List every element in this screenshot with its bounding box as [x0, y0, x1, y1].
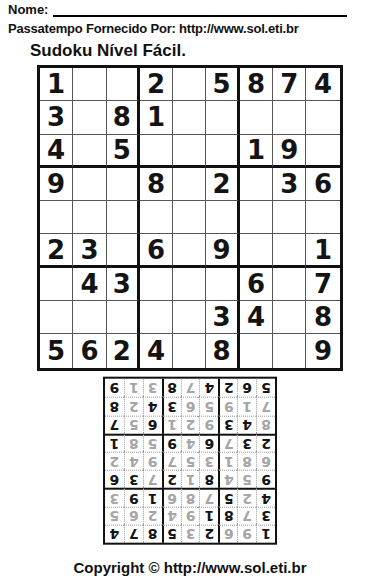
- solution-given-digit: 8: [110, 399, 120, 415]
- cell-r9c1: 5: [256, 379, 275, 397]
- cell-r9c9: 9: [306, 334, 339, 367]
- cell-r1c8: 7: [124, 525, 143, 543]
- solution-given-digit: 3: [224, 417, 234, 433]
- cell-r1c8: 7: [273, 68, 306, 101]
- cell-r1c6: 5: [206, 68, 239, 101]
- solution-fill-digit: 1: [167, 417, 177, 433]
- cell-r9c7[interactable]: [240, 334, 273, 367]
- cell-r8c6: 3: [206, 301, 239, 334]
- solution-given-digit: 6: [242, 380, 252, 396]
- cell-r2c1: 3: [40, 101, 73, 134]
- cell-r4c8: 3: [124, 470, 143, 488]
- solution-fill-digit: 2: [110, 453, 120, 469]
- solution-fill-digit: 4: [224, 472, 234, 488]
- cell-r5c4[interactable]: [140, 201, 173, 234]
- cell-r3c5: 8: [181, 488, 200, 506]
- cell-r6c9: 1: [105, 434, 124, 452]
- given-digit: 2: [47, 235, 65, 265]
- given-digit: 6: [314, 169, 332, 199]
- cell-r8c4[interactable]: [140, 301, 173, 334]
- solution-given-digit: 5: [167, 526, 177, 542]
- cell-r9c1: 5: [40, 334, 73, 367]
- solution-given-digit: 2: [205, 526, 215, 542]
- cell-r9c6: 8: [162, 379, 181, 397]
- solution-given-digit: 7: [129, 526, 139, 542]
- given-digit: 7: [314, 269, 332, 299]
- solution-given-digit: 3: [242, 436, 252, 452]
- given-digit: 4: [80, 269, 98, 299]
- cell-r6c6: 9: [206, 234, 239, 267]
- solution-fill-digit: 7: [261, 399, 271, 415]
- cell-r9c5[interactable]: [173, 334, 206, 367]
- cell-r8c3[interactable]: [107, 301, 140, 334]
- given-digit: 9: [280, 135, 298, 165]
- cell-r5c2: 8: [237, 452, 256, 470]
- solution-given-digit: 8: [224, 508, 234, 524]
- solution-given-digit: 4: [205, 380, 215, 396]
- solution-given-digit: 6: [205, 436, 215, 452]
- solution-fill-digit: 7: [242, 508, 252, 524]
- cell-r2c8: 6: [124, 506, 143, 524]
- given-digit: 4: [147, 336, 165, 366]
- solution-given-digit: 5: [224, 490, 234, 506]
- given-digit: 4: [47, 135, 65, 165]
- solution-fill-digit: 5: [129, 417, 139, 433]
- solution-given-digit: 9: [110, 380, 120, 396]
- given-digit: 3: [113, 269, 131, 299]
- cell-r3c7: 1: [240, 135, 273, 168]
- cell-r2c7: 2: [143, 506, 162, 524]
- cell-r3c6: 6: [162, 488, 181, 506]
- cell-r3c3: 5: [218, 488, 237, 506]
- cell-r4c6: 2: [206, 168, 239, 201]
- solution-given-digit: 1: [261, 526, 271, 542]
- solution-fill-digit: 2: [242, 490, 252, 506]
- cell-r5c1[interactable]: [40, 201, 73, 234]
- cell-r4c5: 1: [181, 470, 200, 488]
- cell-r7c2: 4: [237, 415, 256, 433]
- solution-given-digit: 4: [148, 399, 158, 415]
- cell-r9c9: 9: [105, 379, 124, 397]
- cell-r1c3: 6: [218, 525, 237, 543]
- cell-r6c8[interactable]: [273, 234, 306, 267]
- cell-r5c1: 6: [256, 452, 275, 470]
- solution-fill-digit: 9: [148, 453, 158, 469]
- cell-r8c7: 4: [240, 301, 273, 334]
- solution-given-digit: 4: [242, 417, 252, 433]
- cell-r2c3: 8: [107, 101, 140, 134]
- copyright-text: Copyright © http://www.sol.eti.br: [0, 559, 380, 576]
- given-digit: 3: [280, 169, 298, 199]
- solution-fill-digit: 5: [242, 472, 252, 488]
- cell-r4c4: 8: [199, 470, 218, 488]
- cell-r6c3: 7: [218, 434, 237, 452]
- cell-r5c3[interactable]: [107, 201, 140, 234]
- cell-r6c1: 2: [40, 234, 73, 267]
- cell-r6c5: 4: [181, 434, 200, 452]
- cell-r2c8[interactable]: [273, 101, 306, 134]
- cell-r3c9: 3: [105, 488, 124, 506]
- given-digit: 8: [113, 102, 131, 132]
- cell-r3c7: 1: [143, 488, 162, 506]
- cell-r8c9: 8: [105, 397, 124, 415]
- solution-given-digit: 8: [167, 380, 177, 396]
- cell-r9c2: 6: [237, 379, 256, 397]
- solution-given-digit: 6: [148, 417, 158, 433]
- cell-r5c9: 2: [105, 452, 124, 470]
- cell-r2c9[interactable]: [306, 101, 339, 134]
- solution-fill-digit: 8: [261, 417, 271, 433]
- cell-r2c3: 8: [218, 506, 237, 524]
- cell-r8c4: 5: [199, 397, 218, 415]
- cell-r7c4[interactable]: [140, 268, 173, 301]
- given-digit: 4: [247, 302, 265, 332]
- cell-r8c3: 9: [218, 397, 237, 415]
- cell-r1c9: 4: [306, 68, 339, 101]
- cell-r2c4: 1: [140, 101, 173, 134]
- cell-r2c2[interactable]: [73, 101, 106, 134]
- cell-r9c8[interactable]: [273, 334, 306, 367]
- given-digit: 1: [47, 69, 65, 99]
- solution-fill-digit: 6: [224, 526, 234, 542]
- cell-r7c9: 7: [105, 415, 124, 433]
- given-digit: 5: [47, 336, 65, 366]
- cell-r7c5[interactable]: [173, 268, 206, 301]
- cell-r7c6: 1: [162, 415, 181, 433]
- solution-fill-digit: 3: [205, 453, 215, 469]
- solution-fill-digit: 2: [186, 417, 196, 433]
- given-digit: 1: [247, 135, 265, 165]
- cell-r7c9: 7: [306, 268, 339, 301]
- given-digit: 2: [213, 169, 231, 199]
- cell-r5c9[interactable]: [306, 201, 339, 234]
- cell-r2c5: 9: [181, 506, 200, 524]
- given-digit: 5: [213, 69, 231, 99]
- cell-r3c4[interactable]: [140, 135, 173, 168]
- name-label: Nome:: [8, 2, 48, 17]
- cell-r5c5[interactable]: [173, 201, 206, 234]
- cell-r7c1: 8: [256, 415, 275, 433]
- solution-fill-digit: 4: [186, 436, 196, 452]
- cell-r4c1: 9: [256, 470, 275, 488]
- solution-fill-digit: 3: [186, 526, 196, 542]
- solution-fill-digit: 5: [148, 436, 158, 452]
- given-digit: 5: [113, 135, 131, 165]
- cell-r2c2: 7: [237, 506, 256, 524]
- solution-fill-digit: 3: [148, 380, 158, 396]
- cell-r7c3: 3: [218, 415, 237, 433]
- cell-r4c9: 6: [105, 470, 124, 488]
- provider-line: Passatempo Fornecido Por: http://www.sol…: [8, 21, 299, 36]
- cell-r6c2: 3: [237, 434, 256, 452]
- solution-fill-digit: 6: [129, 508, 139, 524]
- cell-r3c6[interactable]: [206, 135, 239, 168]
- cell-r3c2[interactable]: [73, 135, 106, 168]
- solution-fill-digit: 9: [186, 508, 196, 524]
- cell-r5c7: 9: [143, 452, 162, 470]
- solution-fill-digit: 1: [224, 453, 234, 469]
- given-digit: 8: [147, 169, 165, 199]
- cell-r8c1: 7: [256, 397, 275, 415]
- given-digit: 3: [47, 102, 65, 132]
- cell-r1c2[interactable]: [73, 68, 106, 101]
- cell-r1c5[interactable]: [173, 68, 206, 101]
- cell-r8c2[interactable]: [73, 301, 106, 334]
- solution-given-digit: 2: [224, 380, 234, 396]
- solution-given-digit: 1: [205, 508, 215, 524]
- cell-r7c1[interactable]: [40, 268, 73, 301]
- cell-r5c6[interactable]: [206, 201, 239, 234]
- cell-r6c3[interactable]: [107, 234, 140, 267]
- cell-r2c4: 1: [199, 506, 218, 524]
- cell-r8c2: 1: [237, 397, 256, 415]
- solution-fill-digit: 6: [186, 399, 196, 415]
- cell-r8c5[interactable]: [173, 301, 206, 334]
- solution-fill-digit: 6: [167, 490, 177, 506]
- solution-fill-digit: 7: [186, 380, 196, 396]
- given-digit: 3: [80, 235, 98, 265]
- solution-given-digit: 3: [167, 399, 177, 415]
- cell-r7c8[interactable]: [273, 268, 306, 301]
- given-digit: 8: [314, 302, 332, 332]
- solution-given-digit: 5: [261, 380, 271, 396]
- cell-r4c3[interactable]: [107, 168, 140, 201]
- cell-r9c7: 3: [143, 379, 162, 397]
- given-digit: 8: [247, 69, 265, 99]
- solution-fill-digit: 1: [129, 380, 139, 396]
- cell-r2c1: 3: [256, 506, 275, 524]
- cell-r1c4: 2: [140, 68, 173, 101]
- solution-fill-digit: 4: [167, 508, 177, 524]
- solution-fill-digit: 7: [167, 453, 177, 469]
- solution-given-digit: 3: [129, 472, 139, 488]
- solution-fill-digit: 5: [110, 508, 120, 524]
- cell-r1c6: 5: [162, 525, 181, 543]
- page-title: Sudoku Nível Fácil.: [30, 41, 186, 61]
- cell-r3c5[interactable]: [173, 135, 206, 168]
- solution-fill-digit: 9: [242, 526, 252, 542]
- cell-r4c6: 2: [162, 470, 181, 488]
- sudoku-puzzle-grid: 125874381451998236236914367348562489: [37, 65, 343, 371]
- cell-r6c7[interactable]: [240, 234, 273, 267]
- cell-r5c3: 1: [218, 452, 237, 470]
- cell-r4c9: 6: [306, 168, 339, 201]
- cell-r6c5[interactable]: [173, 234, 206, 267]
- cell-r9c6: 8: [206, 334, 239, 367]
- cell-r6c6: 9: [162, 434, 181, 452]
- cell-r4c2: 5: [237, 470, 256, 488]
- cell-r8c5: 6: [181, 397, 200, 415]
- cell-r7c7: 6: [143, 415, 162, 433]
- solution-fill-digit: 5: [205, 399, 215, 415]
- given-digit: 6: [247, 269, 265, 299]
- cell-r5c7[interactable]: [240, 201, 273, 234]
- given-digit: 7: [280, 69, 298, 99]
- cell-r1c5: 3: [181, 525, 200, 543]
- solution-fill-digit: 9: [205, 417, 215, 433]
- solution-fill-digit: 7: [205, 490, 215, 506]
- cell-r2c7[interactable]: [240, 101, 273, 134]
- cell-r3c3: 5: [107, 135, 140, 168]
- solution-given-digit: 2: [261, 436, 271, 452]
- cell-r3c1: 4: [256, 488, 275, 506]
- cell-r8c8[interactable]: [273, 301, 306, 334]
- cell-r5c4: 3: [199, 452, 218, 470]
- given-digit: 6: [147, 235, 165, 265]
- cell-r2c6: 4: [162, 506, 181, 524]
- cell-r4c5[interactable]: [173, 168, 206, 201]
- cell-r1c1: 1: [256, 525, 275, 543]
- cell-r3c4: 7: [199, 488, 218, 506]
- cell-r1c7: 8: [240, 68, 273, 101]
- cell-r4c3: 4: [218, 470, 237, 488]
- cell-r8c9: 8: [306, 301, 339, 334]
- solution-fill-digit: 7: [224, 436, 234, 452]
- cell-r3c9[interactable]: [306, 135, 339, 168]
- cell-r8c6: 3: [162, 397, 181, 415]
- given-digit: 9: [47, 169, 65, 199]
- cell-r3c1: 4: [40, 135, 73, 168]
- solution-fill-digit: 8: [242, 453, 252, 469]
- cell-r6c4: 6: [199, 434, 218, 452]
- cell-r3c8: 9: [124, 488, 143, 506]
- given-digit: 9: [314, 336, 332, 366]
- cell-r1c7: 8: [143, 525, 162, 543]
- solution-given-digit: 4: [110, 526, 120, 542]
- cell-r7c5: 2: [181, 415, 200, 433]
- cell-r6c7: 5: [143, 434, 162, 452]
- cell-r6c2: 3: [73, 234, 106, 267]
- solution-given-digit: 3: [261, 508, 271, 524]
- given-digit: 1: [314, 235, 332, 265]
- solution-given-digit: 4: [261, 490, 271, 506]
- cell-r4c7[interactable]: [240, 168, 273, 201]
- given-digit: 4: [314, 69, 332, 99]
- cell-r3c2: 2: [237, 488, 256, 506]
- cell-r7c6[interactable]: [206, 268, 239, 301]
- cell-r3c8: 9: [273, 135, 306, 168]
- given-digit: 2: [147, 69, 165, 99]
- cell-r5c8[interactable]: [273, 201, 306, 234]
- solution-fill-digit: 6: [261, 453, 271, 469]
- solution-fill-digit: 4: [129, 453, 139, 469]
- solution-given-digit: 2: [167, 472, 177, 488]
- cell-r6c8: 8: [124, 434, 143, 452]
- given-digit: 9: [213, 235, 231, 265]
- given-digit: 1: [147, 102, 165, 132]
- cell-r9c4: 4: [199, 379, 218, 397]
- name-fill-line: [53, 15, 347, 17]
- solution-fill-digit: 1: [242, 399, 252, 415]
- cell-r7c2: 4: [73, 268, 106, 301]
- cell-r7c7: 6: [240, 268, 273, 301]
- solution-given-digit: 8: [205, 472, 215, 488]
- solution-fill-digit: 2: [148, 508, 158, 524]
- solution-given-digit: 6: [110, 472, 120, 488]
- solution-fill-digit: 1: [186, 472, 196, 488]
- cell-r4c1: 9: [40, 168, 73, 201]
- solution-given-digit: 9: [261, 472, 271, 488]
- cell-r9c2: 6: [73, 334, 106, 367]
- solution-fill-digit: 7: [148, 472, 158, 488]
- cell-r7c8: 5: [124, 415, 143, 433]
- cell-r1c4: 2: [199, 525, 218, 543]
- cell-r7c4: 9: [199, 415, 218, 433]
- cell-r5c6: 7: [162, 452, 181, 470]
- cell-r1c1: 1: [40, 68, 73, 101]
- cell-r1c2: 9: [237, 525, 256, 543]
- sudoku-solution-grid-rotated: 1962358743781942654257861939548127366813…: [103, 377, 277, 545]
- solution-fill-digit: 8: [129, 436, 139, 452]
- cell-r8c1[interactable]: [40, 301, 73, 334]
- cell-r9c8: 1: [124, 379, 143, 397]
- cell-r5c2[interactable]: [73, 201, 106, 234]
- cell-r6c1: 2: [256, 434, 275, 452]
- cell-r4c4: 8: [140, 168, 173, 201]
- solution-fill-digit: 8: [186, 490, 196, 506]
- given-digit: 6: [80, 336, 98, 366]
- cell-r9c5: 7: [181, 379, 200, 397]
- cell-r1c3[interactable]: [107, 68, 140, 101]
- cell-r2c6[interactable]: [206, 101, 239, 134]
- cell-r9c3: 2: [218, 379, 237, 397]
- solution-given-digit: 1: [110, 436, 120, 452]
- solution-fill-digit: 9: [224, 399, 234, 415]
- cell-r2c9: 5: [105, 506, 124, 524]
- cell-r5c5: 5: [181, 452, 200, 470]
- solution-given-digit: 7: [110, 417, 120, 433]
- solution-given-digit: 8: [148, 526, 158, 542]
- cell-r7c3: 3: [107, 268, 140, 301]
- given-digit: 2: [113, 336, 131, 366]
- cell-r1c9: 4: [105, 525, 124, 543]
- solution-given-digit: 1: [148, 490, 158, 506]
- solution-given-digit: 9: [167, 436, 177, 452]
- given-digit: 8: [213, 336, 231, 366]
- solution-fill-digit: 2: [129, 399, 139, 415]
- cell-r4c2[interactable]: [73, 168, 106, 201]
- cell-r8c8: 2: [124, 397, 143, 415]
- solution-fill-digit: 3: [110, 490, 120, 506]
- cell-r2c5[interactable]: [173, 101, 206, 134]
- given-digit: 3: [213, 302, 231, 332]
- cell-r8c7: 4: [143, 397, 162, 415]
- cell-r6c9: 1: [306, 234, 339, 267]
- cell-r4c8: 3: [273, 168, 306, 201]
- cell-r9c4: 4: [140, 334, 173, 367]
- cell-r4c7: 7: [143, 470, 162, 488]
- solution-given-digit: 9: [129, 490, 139, 506]
- cell-r5c8: 4: [124, 452, 143, 470]
- cell-r6c4: 6: [140, 234, 173, 267]
- cell-r9c3: 2: [107, 334, 140, 367]
- solution-fill-digit: 5: [186, 453, 196, 469]
